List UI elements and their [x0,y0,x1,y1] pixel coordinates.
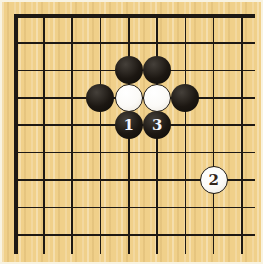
grid-line [14,42,256,44]
grid-line [71,14,73,255]
grid-line [14,14,256,18]
stone-black[interactable] [86,84,114,112]
go-board-diagram: 132 [0,0,263,264]
stone-black[interactable] [115,56,143,84]
grid-line [14,234,256,236]
grid-line [100,14,102,255]
stone-black[interactable] [143,56,171,84]
stone-black[interactable] [171,84,199,112]
stone-white[interactable] [143,84,171,112]
grid-line [14,207,256,209]
grid-line [43,14,45,255]
move-number: 3 [152,118,162,133]
move-2-stone-white[interactable]: 2 [200,166,228,194]
grid-line [241,14,243,255]
grid-line [213,14,215,255]
grid-line [14,14,18,255]
stone-white[interactable] [115,84,143,112]
grid-line [14,152,256,154]
move-3-stone-black[interactable]: 3 [143,111,171,139]
move-1-stone-black[interactable]: 1 [115,111,143,139]
move-number: 2 [209,173,219,188]
move-number: 1 [124,118,134,133]
grid-line [185,14,187,255]
